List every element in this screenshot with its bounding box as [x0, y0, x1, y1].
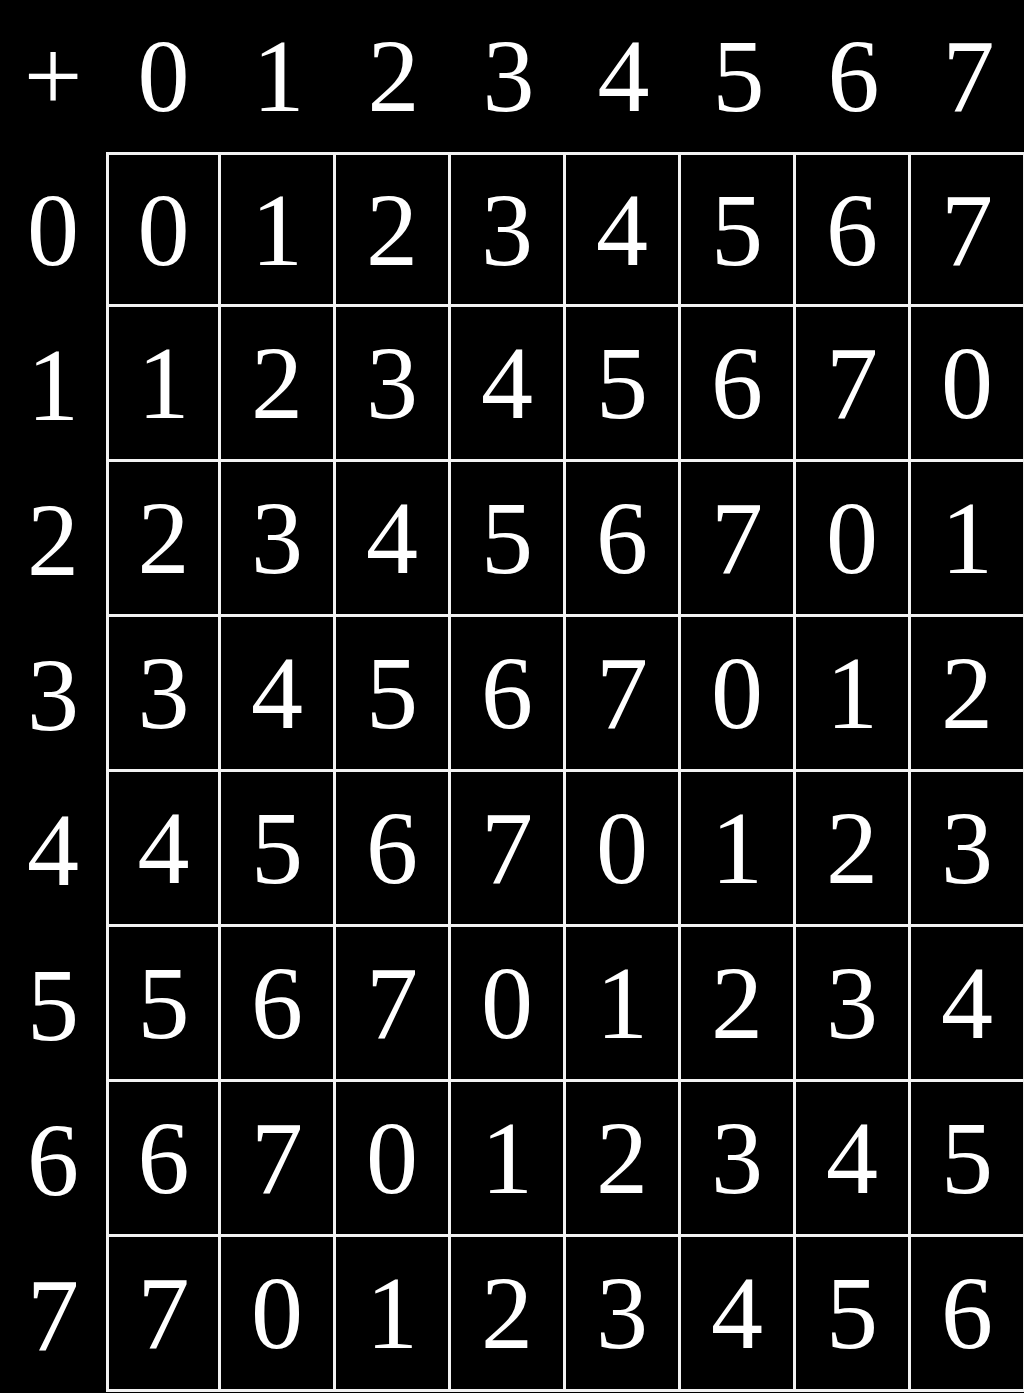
col-header-5: 5	[681, 0, 796, 152]
cell-r7-c2: 1	[336, 1237, 451, 1392]
cell-r6-c6: 4	[796, 1082, 911, 1237]
cell-r3-c0: 3	[106, 617, 221, 772]
col-header-6: 6	[796, 0, 911, 152]
row-header-0: 0	[0, 152, 106, 307]
row-header-5: 5	[0, 927, 106, 1082]
cell-r7-c5: 4	[681, 1237, 796, 1392]
cell-r1-c1: 2	[221, 307, 336, 462]
cell-r5-c0: 5	[106, 927, 221, 1082]
cell-r4-c2: 6	[336, 772, 451, 927]
cell-r0-c3: 3	[451, 152, 566, 307]
cell-r7-c4: 3	[566, 1237, 681, 1392]
cell-r2-c3: 5	[451, 462, 566, 617]
cell-r0-c1: 1	[221, 152, 336, 307]
cell-r1-c7: 0	[911, 307, 1024, 462]
cell-r3-c1: 4	[221, 617, 336, 772]
row-header-6: 6	[0, 1082, 106, 1237]
cell-r2-c2: 4	[336, 462, 451, 617]
cell-r2-c5: 7	[681, 462, 796, 617]
cell-r7-c7: 6	[911, 1237, 1024, 1392]
cell-r5-c1: 6	[221, 927, 336, 1082]
cell-r6-c3: 1	[451, 1082, 566, 1237]
cell-r5-c7: 4	[911, 927, 1024, 1082]
cell-r4-c5: 1	[681, 772, 796, 927]
cell-r4-c0: 4	[106, 772, 221, 927]
col-header-1: 1	[221, 0, 336, 152]
col-header-4: 4	[566, 0, 681, 152]
cell-r3-c2: 5	[336, 617, 451, 772]
row-header-4: 4	[0, 772, 106, 927]
row-header-3: 3	[0, 617, 106, 772]
col-header-2: 2	[336, 0, 451, 152]
cell-r3-c7: 2	[911, 617, 1024, 772]
cell-r3-c4: 7	[566, 617, 681, 772]
cell-r6-c2: 0	[336, 1082, 451, 1237]
cell-r1-c3: 4	[451, 307, 566, 462]
cell-r6-c4: 2	[566, 1082, 681, 1237]
cell-r2-c7: 1	[911, 462, 1024, 617]
cell-r0-c5: 5	[681, 152, 796, 307]
col-header-3: 3	[451, 0, 566, 152]
cell-r5-c6: 3	[796, 927, 911, 1082]
cell-r1-c2: 3	[336, 307, 451, 462]
mod8-addition-table: +012345670012345671123456702234567013345…	[0, 0, 1024, 1392]
cell-r4-c7: 3	[911, 772, 1024, 927]
col-header-7: 7	[911, 0, 1024, 152]
cell-r0-c7: 7	[911, 152, 1024, 307]
cell-r6-c5: 3	[681, 1082, 796, 1237]
cell-r4-c4: 0	[566, 772, 681, 927]
cell-r7-c0: 7	[106, 1237, 221, 1392]
cell-r2-c6: 0	[796, 462, 911, 617]
cell-r7-c1: 0	[221, 1237, 336, 1392]
cell-r0-c6: 6	[796, 152, 911, 307]
operator-plus-label: +	[0, 0, 106, 152]
cell-r2-c1: 3	[221, 462, 336, 617]
cell-r5-c5: 2	[681, 927, 796, 1082]
row-header-1: 1	[0, 307, 106, 462]
cell-r0-c2: 2	[336, 152, 451, 307]
cell-r3-c5: 0	[681, 617, 796, 772]
row-header-2: 2	[0, 462, 106, 617]
cell-r6-c1: 7	[221, 1082, 336, 1237]
cell-r4-c3: 7	[451, 772, 566, 927]
cell-r0-c0: 0	[106, 152, 221, 307]
cell-r7-c3: 2	[451, 1237, 566, 1392]
cell-r5-c3: 0	[451, 927, 566, 1082]
row-header-7: 7	[0, 1237, 106, 1392]
cell-r4-c1: 5	[221, 772, 336, 927]
cell-r5-c2: 7	[336, 927, 451, 1082]
cell-r6-c0: 6	[106, 1082, 221, 1237]
cell-r7-c6: 5	[796, 1237, 911, 1392]
col-header-0: 0	[106, 0, 221, 152]
cell-r5-c4: 1	[566, 927, 681, 1082]
cell-r6-c7: 5	[911, 1082, 1024, 1237]
cell-r1-c4: 5	[566, 307, 681, 462]
cell-r3-c3: 6	[451, 617, 566, 772]
cell-r0-c4: 4	[566, 152, 681, 307]
cell-r1-c6: 7	[796, 307, 911, 462]
cell-r1-c0: 1	[106, 307, 221, 462]
cell-r1-c5: 6	[681, 307, 796, 462]
cell-r2-c4: 6	[566, 462, 681, 617]
cell-r3-c6: 1	[796, 617, 911, 772]
cell-r4-c6: 2	[796, 772, 911, 927]
cell-r2-c0: 2	[106, 462, 221, 617]
